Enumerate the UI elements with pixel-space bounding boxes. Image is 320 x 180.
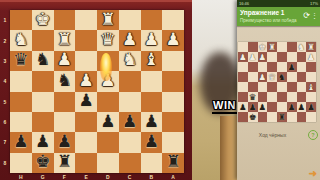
- square[interactable]: [277, 52, 287, 62]
- phone-screenshot: 16:46 17% Упражнение 1 Преимущество или …: [237, 0, 320, 180]
- piece-bR: ♜: [57, 153, 72, 170]
- square: [119, 92, 141, 112]
- square[interactable]: [238, 112, 248, 122]
- square: [54, 92, 76, 112]
- square[interactable]: [297, 62, 307, 72]
- file-label: G: [41, 174, 45, 180]
- square[interactable]: ♚: [248, 112, 258, 122]
- piece-bP: ♟: [259, 103, 267, 112]
- square: [75, 153, 97, 173]
- turn-indicator-row: Ход чёрных ?: [237, 130, 320, 140]
- square: [75, 132, 97, 152]
- square[interactable]: [297, 72, 307, 82]
- square[interactable]: ♟: [248, 102, 258, 112]
- square[interactable]: ♟: [306, 52, 316, 62]
- piece-wK: ♚: [35, 11, 50, 28]
- square[interactable]: [287, 42, 297, 52]
- rank-label: 4: [2, 78, 8, 84]
- piece-bP: ♟: [307, 103, 315, 112]
- piece-bP: ♟: [13, 133, 28, 150]
- piece-wR: ♜: [307, 43, 315, 52]
- piece-wP: ♟: [307, 53, 315, 62]
- square: [10, 71, 32, 91]
- piece-bN: ♞: [278, 73, 286, 82]
- square: [32, 112, 54, 132]
- square: [10, 92, 32, 112]
- piece-wP: ♟: [166, 31, 181, 48]
- file-label: A: [171, 174, 175, 180]
- square: ♟: [32, 132, 54, 152]
- piece-wP: ♟: [144, 31, 159, 48]
- square: ♟: [141, 30, 163, 50]
- square: ♜: [54, 153, 76, 173]
- square[interactable]: [238, 42, 248, 52]
- square: [141, 10, 163, 30]
- square[interactable]: [248, 82, 258, 92]
- square: [119, 71, 141, 91]
- square: [75, 10, 97, 30]
- square[interactable]: ♝: [306, 82, 316, 92]
- square[interactable]: [277, 102, 287, 112]
- square: [141, 92, 163, 112]
- square: ♜: [97, 10, 119, 30]
- piece-wP: ♟: [259, 53, 267, 62]
- square[interactable]: ♟: [258, 52, 268, 62]
- refresh-icon[interactable]: ⟳: [303, 11, 310, 21]
- square[interactable]: [248, 72, 258, 82]
- square: ♞: [119, 51, 141, 71]
- square[interactable]: ♟: [258, 72, 268, 82]
- piece-wR: ♜: [268, 43, 276, 52]
- file-label: F: [63, 174, 66, 180]
- square: [10, 10, 32, 30]
- square[interactable]: [238, 92, 248, 102]
- status-time: 16:46: [239, 0, 249, 7]
- square[interactable]: ♟: [306, 102, 316, 112]
- piece-bP: ♟: [288, 63, 296, 72]
- piece-wP: ♟: [239, 53, 247, 62]
- square: ♜: [162, 153, 184, 173]
- square: ♟: [97, 112, 119, 132]
- square[interactable]: ♞: [277, 72, 287, 82]
- next-arrow-icon[interactable]: ➜: [309, 168, 317, 179]
- square: [54, 112, 76, 132]
- square[interactable]: ♟: [238, 102, 248, 112]
- square: ♞: [54, 71, 76, 91]
- square[interactable]: [258, 82, 268, 92]
- square: [32, 71, 54, 91]
- square: [162, 71, 184, 91]
- app-header: Упражнение 1 Преимущество или победа ⟳ ⋮: [237, 7, 320, 26]
- piece-wP: ♟: [249, 53, 257, 62]
- square[interactable]: [297, 52, 307, 62]
- square[interactable]: [306, 62, 316, 72]
- turn-indicator: Ход чёрных: [237, 132, 308, 138]
- square: [97, 153, 119, 173]
- square: [97, 132, 119, 152]
- wooden-furniture: [220, 116, 237, 180]
- help-icon[interactable]: ?: [308, 130, 318, 140]
- square[interactable]: [267, 92, 277, 102]
- square[interactable]: [258, 112, 268, 122]
- square: [32, 30, 54, 50]
- rank-label: 5: [2, 99, 8, 105]
- square[interactable]: ♜: [267, 42, 277, 52]
- rank-label: 1: [2, 17, 8, 23]
- piece-bP: ♟: [57, 133, 72, 150]
- piece-wB: ♝: [307, 83, 315, 92]
- square[interactable]: [267, 112, 277, 122]
- square[interactable]: [238, 82, 248, 92]
- square: [10, 112, 32, 132]
- piece-bN: ♞: [57, 72, 72, 89]
- piece-bP: ♟: [288, 103, 296, 112]
- square: ♟: [162, 30, 184, 50]
- square[interactable]: [287, 52, 297, 62]
- rank-label: 6: [2, 119, 8, 125]
- square[interactable]: [306, 72, 316, 82]
- square: [119, 153, 141, 173]
- square[interactable]: [248, 42, 258, 52]
- status-battery: 17%: [310, 0, 318, 7]
- square[interactable]: [277, 42, 287, 52]
- square: ♟: [141, 112, 163, 132]
- rank-label: 3: [2, 58, 8, 64]
- file-label: D: [106, 174, 110, 180]
- square[interactable]: [267, 102, 277, 112]
- square[interactable]: ♞: [297, 42, 307, 52]
- rank-label: 7: [2, 139, 8, 145]
- overflow-menu-icon[interactable]: ⋮: [311, 11, 318, 21]
- exercise-title: Упражнение 1: [240, 9, 284, 16]
- piece-bQ: ♛: [13, 51, 28, 68]
- square[interactable]: ♟: [287, 62, 297, 72]
- square[interactable]: [238, 72, 248, 82]
- square: ♚: [32, 10, 54, 30]
- square: ♞: [10, 30, 32, 50]
- square: ♟: [119, 112, 141, 132]
- phone-board[interactable]: ♚♜♞♜♟♟♟♟♟♟♛♞♝♛♟♟♟♟♟♟♚♜: [238, 42, 316, 122]
- square[interactable]: [297, 82, 307, 92]
- main-board: ♚♜♞♜♛♟♟♟♛♞♟♞♝♞♟♟♟♟♟♟♟♟♟♟♚♜♜: [10, 10, 184, 173]
- status-bar: 16:46 17%: [237, 0, 320, 7]
- piece-wK: ♚: [259, 43, 267, 52]
- square[interactable]: [297, 92, 307, 102]
- win-caption: WIN: [212, 99, 237, 114]
- square: ♞: [32, 51, 54, 71]
- square[interactable]: [267, 52, 277, 62]
- piece-wQ: ♛: [268, 73, 276, 82]
- piece-wN: ♞: [13, 31, 28, 48]
- square[interactable]: [258, 62, 268, 72]
- piece-bP: ♟: [249, 103, 257, 112]
- square[interactable]: [277, 62, 287, 72]
- piece-bR: ♜: [278, 113, 286, 122]
- exercise-subtitle: Преимущество или победа: [240, 18, 297, 23]
- file-label: H: [19, 174, 23, 180]
- square[interactable]: ♟: [248, 52, 258, 62]
- square[interactable]: ♟: [287, 102, 297, 112]
- square: ♟: [54, 51, 76, 71]
- square: [97, 92, 119, 112]
- square[interactable]: [277, 92, 287, 102]
- piece-wP: ♟: [57, 51, 72, 68]
- piece-wR: ♜: [100, 11, 115, 28]
- square: [75, 112, 97, 132]
- square[interactable]: [287, 112, 297, 122]
- square[interactable]: ♜: [277, 112, 287, 122]
- piece-wR: ♜: [57, 31, 72, 48]
- square[interactable]: ♟: [238, 52, 248, 62]
- square: [162, 10, 184, 30]
- square: [162, 112, 184, 132]
- square[interactable]: [248, 62, 258, 72]
- piece-bP: ♟: [100, 113, 115, 130]
- square: [119, 10, 141, 30]
- square: ♝: [141, 51, 163, 71]
- webcam-photo-background: [192, 0, 237, 180]
- square[interactable]: ♛: [267, 72, 277, 82]
- piece-wN: ♞: [122, 51, 137, 68]
- square: ♛: [10, 51, 32, 71]
- piece-bK: ♚: [249, 113, 257, 122]
- square[interactable]: ♟: [258, 102, 268, 112]
- piece-bP: ♟: [144, 133, 159, 150]
- piece-bK: ♚: [35, 153, 50, 170]
- piece-wP: ♟: [79, 72, 94, 89]
- file-label: C: [128, 174, 132, 180]
- piece-wP: ♟: [259, 73, 267, 82]
- square[interactable]: [287, 72, 297, 82]
- square: [141, 71, 163, 91]
- square: ♟: [119, 30, 141, 50]
- square[interactable]: [277, 82, 287, 92]
- piece-bR: ♜: [166, 153, 181, 170]
- piece-bQ: ♛: [249, 93, 257, 102]
- piece-bP: ♟: [239, 103, 247, 112]
- square[interactable]: [287, 82, 297, 92]
- square[interactable]: [297, 112, 307, 122]
- square[interactable]: ♟: [297, 102, 307, 112]
- rank-label: 2: [2, 38, 8, 44]
- square: ♜: [54, 30, 76, 50]
- piece-bP: ♟: [35, 133, 50, 150]
- square[interactable]: ♛: [248, 92, 258, 102]
- thumbnail-canvas: ♚♜♞♜♛♟♟♟♛♞♟♞♝♞♟♟♟♟♟♟♟♟♟♟♚♜♜ 12345678HGFE…: [0, 0, 320, 180]
- square: [162, 51, 184, 71]
- piece-bP: ♟: [298, 103, 306, 112]
- square: ♟: [75, 92, 97, 112]
- square: ♟: [10, 132, 32, 152]
- square[interactable]: [258, 92, 268, 102]
- square: ♟: [75, 71, 97, 91]
- piece-bP: ♟: [144, 113, 159, 130]
- square: ♚: [32, 153, 54, 173]
- piece-wB: ♝: [144, 51, 159, 68]
- square[interactable]: [287, 92, 297, 102]
- file-label: B: [150, 174, 154, 180]
- file-label: E: [84, 174, 87, 180]
- square[interactable]: [267, 62, 277, 72]
- move-highlight-flame: [100, 53, 112, 81]
- square: ♟: [141, 132, 163, 152]
- square: [32, 92, 54, 112]
- square[interactable]: ♜: [306, 42, 316, 52]
- square: [119, 132, 141, 152]
- piece-bP: ♟: [122, 113, 137, 130]
- board-frame: ♚♜♞♜♛♟♟♟♛♞♟♞♝♞♟♟♟♟♟♟♟♟♟♟♚♜♜ 12345678HGFE…: [0, 0, 192, 180]
- piece-bN: ♞: [35, 51, 50, 68]
- square: [54, 10, 76, 30]
- square: [10, 153, 32, 173]
- piece-wP: ♟: [122, 31, 137, 48]
- square[interactable]: [238, 62, 248, 72]
- square: [162, 92, 184, 112]
- piece-bP: ♟: [79, 92, 94, 109]
- square: ♟: [54, 132, 76, 152]
- square[interactable]: ♚: [258, 42, 268, 52]
- piece-wN: ♞: [298, 43, 306, 52]
- square: [75, 51, 97, 71]
- square: [141, 153, 163, 173]
- square: [162, 132, 184, 152]
- rank-label: 8: [2, 160, 8, 166]
- square[interactable]: [306, 92, 316, 102]
- square: [75, 30, 97, 50]
- square: ♛: [97, 30, 119, 50]
- square[interactable]: [306, 112, 316, 122]
- square[interactable]: [267, 82, 277, 92]
- piece-wQ: ♛: [100, 31, 115, 48]
